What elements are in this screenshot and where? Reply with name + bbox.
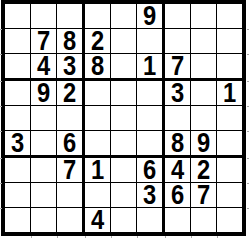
- cell-r4c7[interactable]: 3: [165, 81, 191, 106]
- cell-r1c2[interactable]: [31, 4, 57, 29]
- cell-r2c1[interactable]: [5, 29, 31, 54]
- cell-r6c2[interactable]: [31, 131, 57, 158]
- digit: 4: [37, 54, 50, 80]
- edge-tick: [165, 236, 166, 238]
- digit: 1: [223, 81, 236, 106]
- cell-r4c6[interactable]: [137, 81, 165, 106]
- digit: 2: [63, 81, 76, 106]
- cell-r7c6[interactable]: 6: [137, 158, 165, 183]
- edge-tick: [85, 236, 86, 238]
- digit: 4: [171, 158, 184, 183]
- digit: 3: [63, 54, 76, 80]
- cell-r4c8[interactable]: [191, 81, 217, 106]
- cell-r5c1[interactable]: [5, 106, 31, 131]
- cell-r5c8[interactable]: [191, 106, 217, 131]
- edge-tick: [0, 131, 2, 132]
- edge-tick: [247, 29, 249, 30]
- cell-r2c5[interactable]: [111, 29, 137, 54]
- digit: 7: [37, 29, 50, 54]
- edge-tick: [247, 54, 249, 55]
- cell-r1c7[interactable]: [165, 4, 191, 29]
- cell-r9c2[interactable]: [31, 208, 57, 232]
- cell-r1c8[interactable]: [191, 4, 217, 29]
- cell-r3c8[interactable]: [191, 54, 217, 81]
- digit: 8: [171, 131, 184, 157]
- cell-r8c2[interactable]: [31, 183, 57, 208]
- digit: 3: [143, 183, 156, 208]
- edge-tick: [247, 81, 249, 82]
- cell-r1c9[interactable]: [217, 4, 242, 29]
- cell-r2c9[interactable]: [217, 29, 242, 54]
- edge-tick: [0, 208, 2, 209]
- cell-r4c2[interactable]: 9: [31, 81, 57, 106]
- digit: 1: [91, 158, 104, 183]
- digit: 9: [197, 131, 210, 157]
- cell-r6c7[interactable]: 8: [165, 131, 191, 158]
- cell-r9c4[interactable]: 4: [85, 208, 111, 232]
- cell-r5c7[interactable]: [165, 106, 191, 131]
- cell-r2c8[interactable]: [191, 29, 217, 54]
- digit: 7: [197, 183, 210, 208]
- cell-r2c2[interactable]: 7: [31, 29, 57, 54]
- digit: 6: [171, 183, 184, 208]
- edge-tick: [0, 54, 2, 55]
- digit: 2: [91, 29, 104, 54]
- cell-r5c4[interactable]: [85, 106, 111, 131]
- cell-r6c6[interactable]: [137, 131, 165, 158]
- edge-tick: [57, 236, 58, 238]
- edge-tick: [0, 29, 2, 30]
- digit: 9: [37, 81, 50, 106]
- cell-r9c9[interactable]: [217, 208, 242, 232]
- edge-tick: [247, 131, 249, 132]
- cell-r6c4[interactable]: [85, 131, 111, 158]
- cell-r8c1[interactable]: [5, 183, 31, 208]
- digit: 6: [63, 131, 76, 157]
- cell-r8c4[interactable]: [85, 183, 111, 208]
- cell-r3c3[interactable]: 3: [57, 54, 85, 81]
- cell-r6c3[interactable]: 6: [57, 131, 85, 158]
- cell-r6c5[interactable]: [111, 131, 137, 158]
- cell-r1c6[interactable]: 9: [137, 4, 165, 29]
- edge-tick: [191, 236, 192, 238]
- cell-r7c1[interactable]: [5, 158, 31, 183]
- cell-r8c7[interactable]: 6: [165, 183, 191, 208]
- digit: 7: [171, 54, 184, 80]
- digit: 8: [91, 54, 104, 80]
- digit: 8: [63, 29, 76, 54]
- cell-r5c2[interactable]: [31, 106, 57, 131]
- edge-tick: [217, 236, 218, 238]
- cell-r1c1[interactable]: [5, 4, 31, 29]
- cell-r1c3[interactable]: [57, 4, 85, 29]
- cell-r4c3[interactable]: 2: [57, 81, 85, 106]
- cell-r9c5[interactable]: [111, 208, 137, 232]
- cell-r7c9[interactable]: [217, 158, 242, 183]
- cell-r7c8[interactable]: 2: [191, 158, 217, 183]
- cell-r7c5[interactable]: [111, 158, 137, 183]
- cell-r2c6[interactable]: [137, 29, 165, 54]
- edge-tick: [247, 208, 249, 209]
- edge-tick: [247, 183, 249, 184]
- cell-r3c2[interactable]: 4: [31, 54, 57, 81]
- digit: 2: [197, 158, 210, 183]
- cell-r7c2[interactable]: [31, 158, 57, 183]
- digit: 3: [11, 131, 24, 157]
- edge-tick: [247, 158, 249, 159]
- edge-tick: [0, 81, 2, 82]
- cell-r3c6[interactable]: 1: [137, 54, 165, 81]
- cell-r9c1[interactable]: [5, 208, 31, 232]
- edge-tick: [0, 183, 2, 184]
- cell-r4c9[interactable]: 1: [217, 81, 242, 106]
- cell-r2c3[interactable]: 8: [57, 29, 85, 54]
- edge-tick: [137, 236, 138, 238]
- cell-r1c4[interactable]: [85, 4, 111, 29]
- cell-r5c3[interactable]: [57, 106, 85, 131]
- cell-r3c1[interactable]: [5, 54, 31, 81]
- cell-r1c5[interactable]: [111, 4, 137, 29]
- cell-r8c3[interactable]: [57, 183, 85, 208]
- cell-r6c1[interactable]: 3: [5, 131, 31, 158]
- edge-tick: [0, 106, 2, 107]
- cell-r6c8[interactable]: 9: [191, 131, 217, 158]
- cell-r3c7[interactable]: 7: [165, 54, 191, 81]
- cell-r9c7[interactable]: [165, 208, 191, 232]
- cell-r2c4[interactable]: 2: [85, 29, 111, 54]
- digit: 1: [143, 54, 156, 80]
- cell-r2c7[interactable]: [165, 29, 191, 54]
- digit: 3: [171, 81, 184, 106]
- cell-r7c3[interactable]: 7: [57, 158, 85, 183]
- cell-r4c5[interactable]: [111, 81, 137, 106]
- cell-r3c5[interactable]: [111, 54, 137, 81]
- cell-r5c9[interactable]: [217, 106, 242, 131]
- cell-r8c9[interactable]: [217, 183, 242, 208]
- cell-r7c4[interactable]: 1: [85, 158, 111, 183]
- cell-r5c6[interactable]: [137, 106, 165, 131]
- cell-r5c5[interactable]: [111, 106, 137, 131]
- cell-r3c4[interactable]: 8: [85, 54, 111, 81]
- cell-r8c5[interactable]: [111, 183, 137, 208]
- cell-r3c9[interactable]: [217, 54, 242, 81]
- edge-tick: [31, 236, 32, 238]
- edge-tick: [247, 106, 249, 107]
- digit: 6: [143, 158, 156, 183]
- cell-r8c6[interactable]: 3: [137, 183, 165, 208]
- cell-r9c3[interactable]: [57, 208, 85, 232]
- cell-r9c6[interactable]: [137, 208, 165, 232]
- digit: 4: [91, 208, 104, 232]
- cell-r6c9[interactable]: [217, 131, 242, 158]
- cell-r4c4[interactable]: [85, 81, 111, 106]
- cell-r8c8[interactable]: 7: [191, 183, 217, 208]
- cell-r9c8[interactable]: [191, 208, 217, 232]
- digit: 9: [143, 4, 156, 29]
- sudoku-board: 97824381792313689716423674: [1, 0, 246, 236]
- cell-r7c7[interactable]: 4: [165, 158, 191, 183]
- edge-tick: [0, 158, 2, 159]
- digit: 7: [63, 158, 76, 183]
- edge-tick: [111, 236, 112, 238]
- cell-r4c1[interactable]: [5, 81, 31, 106]
